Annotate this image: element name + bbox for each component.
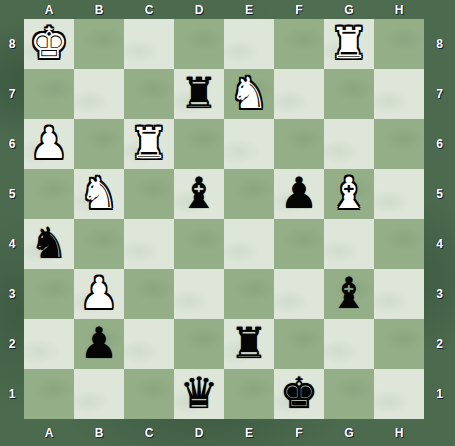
square-c7[interactable] xyxy=(124,69,174,119)
square-g8[interactable]: ♜ xyxy=(324,19,374,69)
square-b6[interactable] xyxy=(74,119,124,169)
file-label-e: E xyxy=(224,0,274,19)
square-f6[interactable] xyxy=(274,119,324,169)
square-d2[interactable] xyxy=(174,319,224,369)
square-d6[interactable] xyxy=(174,119,224,169)
square-f4[interactable] xyxy=(274,219,324,269)
square-d7[interactable]: ♜ xyxy=(174,69,224,119)
file-label-d: D xyxy=(174,419,224,446)
square-g3[interactable]: ♝ xyxy=(324,269,374,319)
square-a4[interactable]: ♞ xyxy=(24,219,74,269)
square-f1[interactable]: ♚ xyxy=(274,369,324,419)
chess-board-frame: ABCDEFGH ABCDEFGH 87654321 87654321 ♚♜♜♞… xyxy=(0,0,455,446)
square-e7[interactable]: ♞ xyxy=(224,69,274,119)
white-bishop-g5: ♝ xyxy=(330,168,369,218)
file-label-h: H xyxy=(374,419,424,446)
chess-board: ♚♜♜♞♟♜♞♝♟♝♞♟♝♟♜♛♚ xyxy=(24,19,424,419)
black-pawn-b2: ♟ xyxy=(80,318,119,368)
square-h4[interactable] xyxy=(374,219,424,269)
black-king-f1: ♚ xyxy=(280,368,319,418)
square-c1[interactable] xyxy=(124,369,174,419)
square-h8[interactable] xyxy=(374,19,424,69)
file-label-b: B xyxy=(74,0,124,19)
rank-label-7: 7 xyxy=(424,69,455,119)
square-e6[interactable] xyxy=(224,119,274,169)
black-bishop-d5: ♝ xyxy=(180,168,219,218)
file-label-f: F xyxy=(274,0,324,19)
rank-label-8: 8 xyxy=(424,19,455,69)
square-e1[interactable] xyxy=(224,369,274,419)
white-pawn-a6: ♟ xyxy=(30,118,69,168)
square-g7[interactable] xyxy=(324,69,374,119)
rank-label-1: 1 xyxy=(424,369,455,419)
square-e4[interactable] xyxy=(224,219,274,269)
square-f2[interactable] xyxy=(274,319,324,369)
square-a8[interactable]: ♚ xyxy=(24,19,74,69)
square-g4[interactable] xyxy=(324,219,374,269)
square-g2[interactable] xyxy=(324,319,374,369)
square-g5[interactable]: ♝ xyxy=(324,169,374,219)
square-h1[interactable] xyxy=(374,369,424,419)
rank-label-2: 2 xyxy=(424,319,455,369)
square-b7[interactable] xyxy=(74,69,124,119)
square-d1[interactable]: ♛ xyxy=(174,369,224,419)
black-knight-a4: ♞ xyxy=(30,218,69,268)
rank-label-1: 1 xyxy=(0,369,24,419)
square-d8[interactable] xyxy=(174,19,224,69)
square-b4[interactable] xyxy=(74,219,124,269)
white-knight-b5: ♞ xyxy=(80,168,119,218)
square-f8[interactable] xyxy=(274,19,324,69)
white-knight-e7: ♞ xyxy=(230,68,269,118)
file-labels-bottom: ABCDEFGH xyxy=(24,419,424,446)
square-a5[interactable] xyxy=(24,169,74,219)
square-c4[interactable] xyxy=(124,219,174,269)
black-rook-e2: ♜ xyxy=(230,318,269,368)
file-label-a: A xyxy=(24,419,74,446)
square-f3[interactable] xyxy=(274,269,324,319)
square-e8[interactable] xyxy=(224,19,274,69)
square-b5[interactable]: ♞ xyxy=(74,169,124,219)
white-king-a8: ♚ xyxy=(30,18,69,68)
square-h6[interactable] xyxy=(374,119,424,169)
white-rook-c6: ♜ xyxy=(130,118,169,168)
square-e2[interactable]: ♜ xyxy=(224,319,274,369)
square-a1[interactable] xyxy=(24,369,74,419)
square-e5[interactable] xyxy=(224,169,274,219)
square-c2[interactable] xyxy=(124,319,174,369)
file-label-g: G xyxy=(324,419,374,446)
square-h3[interactable] xyxy=(374,269,424,319)
rank-label-4: 4 xyxy=(424,219,455,269)
square-d3[interactable] xyxy=(174,269,224,319)
square-b1[interactable] xyxy=(74,369,124,419)
black-queen-d1: ♛ xyxy=(180,368,219,418)
square-a3[interactable] xyxy=(24,269,74,319)
file-label-h: H xyxy=(374,0,424,19)
rank-label-7: 7 xyxy=(0,69,24,119)
square-h7[interactable] xyxy=(374,69,424,119)
square-b8[interactable] xyxy=(74,19,124,69)
white-rook-g8: ♜ xyxy=(330,18,369,68)
black-bishop-g3: ♝ xyxy=(330,268,369,318)
white-pawn-b3: ♟ xyxy=(80,268,119,318)
square-e3[interactable] xyxy=(224,269,274,319)
square-d4[interactable] xyxy=(174,219,224,269)
square-c5[interactable] xyxy=(124,169,174,219)
square-c3[interactable] xyxy=(124,269,174,319)
square-b2[interactable]: ♟ xyxy=(74,319,124,369)
square-b3[interactable]: ♟ xyxy=(74,269,124,319)
rank-label-5: 5 xyxy=(424,169,455,219)
square-h5[interactable] xyxy=(374,169,424,219)
file-label-d: D xyxy=(174,0,224,19)
file-label-a: A xyxy=(24,0,74,19)
file-label-c: C xyxy=(124,419,174,446)
square-a6[interactable]: ♟ xyxy=(24,119,74,169)
rank-label-5: 5 xyxy=(0,169,24,219)
black-pawn-f5: ♟ xyxy=(280,168,319,218)
square-c8[interactable] xyxy=(124,19,174,69)
square-a7[interactable] xyxy=(24,69,74,119)
square-g6[interactable] xyxy=(324,119,374,169)
square-f7[interactable] xyxy=(274,69,324,119)
square-a2[interactable] xyxy=(24,319,74,369)
file-label-e: E xyxy=(224,419,274,446)
file-label-b: B xyxy=(74,419,124,446)
rank-labels-left: 87654321 xyxy=(0,19,24,419)
file-label-g: G xyxy=(324,0,374,19)
rank-label-4: 4 xyxy=(0,219,24,269)
square-g1[interactable] xyxy=(324,369,374,419)
square-d5[interactable]: ♝ xyxy=(174,169,224,219)
rank-label-6: 6 xyxy=(0,119,24,169)
rank-labels-right: 87654321 xyxy=(424,19,455,419)
square-c6[interactable]: ♜ xyxy=(124,119,174,169)
black-rook-d7: ♜ xyxy=(180,68,219,118)
square-f5[interactable]: ♟ xyxy=(274,169,324,219)
rank-label-3: 3 xyxy=(0,269,24,319)
rank-label-8: 8 xyxy=(0,19,24,69)
rank-label-6: 6 xyxy=(424,119,455,169)
file-label-c: C xyxy=(124,0,174,19)
rank-label-3: 3 xyxy=(424,269,455,319)
file-labels-top: ABCDEFGH xyxy=(24,0,424,19)
square-h2[interactable] xyxy=(374,319,424,369)
file-label-f: F xyxy=(274,419,324,446)
rank-label-2: 2 xyxy=(0,319,24,369)
